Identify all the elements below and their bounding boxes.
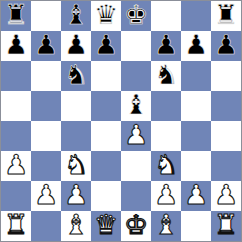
square-a3[interactable]: ♟ xyxy=(1,151,31,181)
black-knight[interactable]: ♞ xyxy=(154,61,178,90)
square-a7[interactable]: ♟ xyxy=(1,31,31,61)
square-e5[interactable]: ♝ xyxy=(121,91,151,121)
chess-board-container: ♜♝♛♚♜♟♟♟♟♟♟♟♞♞♝♟♟♞♞♟♟♟♟♟♜♝♛♚♝♜ xyxy=(0,0,242,242)
square-d8[interactable]: ♛ xyxy=(91,1,121,31)
white-bishop[interactable]: ♝ xyxy=(64,211,88,240)
square-g3[interactable] xyxy=(181,151,211,181)
white-pawn[interactable]: ♟ xyxy=(64,181,88,210)
square-b5[interactable] xyxy=(31,91,61,121)
black-pawn[interactable]: ♟ xyxy=(154,31,178,60)
black-bishop[interactable]: ♝ xyxy=(124,91,148,120)
square-h5[interactable] xyxy=(211,91,241,121)
square-h6[interactable] xyxy=(211,61,241,91)
square-h1[interactable]: ♜ xyxy=(211,211,241,241)
square-a4[interactable] xyxy=(1,121,31,151)
square-f4[interactable] xyxy=(151,121,181,151)
square-e3[interactable] xyxy=(121,151,151,181)
white-pawn[interactable]: ♟ xyxy=(4,151,28,180)
square-e2[interactable] xyxy=(121,181,151,211)
square-h8[interactable]: ♜ xyxy=(211,1,241,31)
black-pawn[interactable]: ♟ xyxy=(214,31,238,60)
black-king[interactable]: ♚ xyxy=(124,1,148,30)
square-c8[interactable]: ♝ xyxy=(61,1,91,31)
black-knight[interactable]: ♞ xyxy=(64,61,88,90)
black-pawn[interactable]: ♟ xyxy=(94,31,118,60)
square-b6[interactable] xyxy=(31,61,61,91)
square-g6[interactable] xyxy=(181,61,211,91)
square-d6[interactable] xyxy=(91,61,121,91)
square-h4[interactable] xyxy=(211,121,241,151)
white-rook[interactable]: ♜ xyxy=(4,211,28,240)
black-rook[interactable]: ♜ xyxy=(4,1,28,30)
black-bishop[interactable]: ♝ xyxy=(64,1,88,30)
square-g1[interactable] xyxy=(181,211,211,241)
square-a1[interactable]: ♜ xyxy=(1,211,31,241)
square-a5[interactable] xyxy=(1,91,31,121)
white-king[interactable]: ♚ xyxy=(124,211,148,240)
square-c7[interactable]: ♟ xyxy=(61,31,91,61)
square-a2[interactable] xyxy=(1,181,31,211)
square-d3[interactable] xyxy=(91,151,121,181)
white-pawn[interactable]: ♟ xyxy=(154,181,178,210)
square-g5[interactable] xyxy=(181,91,211,121)
black-pawn[interactable]: ♟ xyxy=(34,31,58,60)
black-pawn[interactable]: ♟ xyxy=(4,31,28,60)
square-h7[interactable]: ♟ xyxy=(211,31,241,61)
square-d7[interactable]: ♟ xyxy=(91,31,121,61)
white-knight[interactable]: ♞ xyxy=(154,151,178,180)
black-rook[interactable]: ♜ xyxy=(214,1,238,30)
square-a6[interactable] xyxy=(1,61,31,91)
square-a8[interactable]: ♜ xyxy=(1,1,31,31)
square-g2[interactable]: ♟ xyxy=(181,181,211,211)
black-pawn[interactable]: ♟ xyxy=(64,31,88,60)
square-f7[interactable]: ♟ xyxy=(151,31,181,61)
white-rook[interactable]: ♜ xyxy=(214,211,238,240)
square-f3[interactable]: ♞ xyxy=(151,151,181,181)
square-d2[interactable] xyxy=(91,181,121,211)
square-c4[interactable] xyxy=(61,121,91,151)
square-h2[interactable]: ♟ xyxy=(211,181,241,211)
white-bishop[interactable]: ♝ xyxy=(154,211,178,240)
square-e6[interactable] xyxy=(121,61,151,91)
square-f5[interactable] xyxy=(151,91,181,121)
square-c1[interactable]: ♝ xyxy=(61,211,91,241)
square-c6[interactable]: ♞ xyxy=(61,61,91,91)
square-b2[interactable]: ♟ xyxy=(31,181,61,211)
square-c3[interactable]: ♞ xyxy=(61,151,91,181)
square-e8[interactable]: ♚ xyxy=(121,1,151,31)
black-pawn[interactable]: ♟ xyxy=(184,31,208,60)
square-f6[interactable]: ♞ xyxy=(151,61,181,91)
square-f2[interactable]: ♟ xyxy=(151,181,181,211)
black-queen[interactable]: ♛ xyxy=(94,1,118,30)
square-h3[interactable] xyxy=(211,151,241,181)
square-f8[interactable] xyxy=(151,1,181,31)
white-pawn[interactable]: ♟ xyxy=(184,181,208,210)
square-f1[interactable]: ♝ xyxy=(151,211,181,241)
square-g4[interactable] xyxy=(181,121,211,151)
square-g8[interactable] xyxy=(181,1,211,31)
square-d5[interactable] xyxy=(91,91,121,121)
square-c5[interactable] xyxy=(61,91,91,121)
square-b1[interactable] xyxy=(31,211,61,241)
square-b8[interactable] xyxy=(31,1,61,31)
square-g7[interactable]: ♟ xyxy=(181,31,211,61)
square-b4[interactable] xyxy=(31,121,61,151)
white-knight[interactable]: ♞ xyxy=(64,151,88,180)
white-pawn[interactable]: ♟ xyxy=(214,181,238,210)
square-d1[interactable]: ♛ xyxy=(91,211,121,241)
square-b7[interactable]: ♟ xyxy=(31,31,61,61)
white-queen[interactable]: ♛ xyxy=(94,211,118,240)
square-d4[interactable] xyxy=(91,121,121,151)
square-e4[interactable]: ♟ xyxy=(121,121,151,151)
square-c2[interactable]: ♟ xyxy=(61,181,91,211)
square-e1[interactable]: ♚ xyxy=(121,211,151,241)
white-pawn[interactable]: ♟ xyxy=(34,181,58,210)
white-pawn[interactable]: ♟ xyxy=(124,121,148,150)
square-b3[interactable] xyxy=(31,151,61,181)
square-e7[interactable] xyxy=(121,31,151,61)
chess-board: ♜♝♛♚♜♟♟♟♟♟♟♟♞♞♝♟♟♞♞♟♟♟♟♟♜♝♛♚♝♜ xyxy=(0,0,242,242)
